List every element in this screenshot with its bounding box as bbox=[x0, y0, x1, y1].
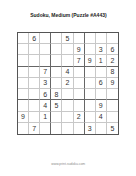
cell-r4c6[interactable] bbox=[74, 67, 85, 78]
given-digit: 9 bbox=[21, 113, 25, 120]
cell-r9c6[interactable] bbox=[74, 123, 85, 134]
cell-r9c7: 3 bbox=[85, 123, 96, 134]
cell-r2c1[interactable] bbox=[18, 44, 29, 55]
given-digit: 3 bbox=[99, 46, 103, 53]
cell-r4c2[interactable] bbox=[29, 67, 40, 78]
cell-r8c2[interactable] bbox=[29, 112, 40, 123]
cell-r1c4[interactable] bbox=[51, 33, 62, 44]
cell-r2c2[interactable] bbox=[29, 44, 40, 55]
cell-r2c3[interactable] bbox=[40, 44, 51, 55]
given-digit: 9 bbox=[77, 46, 81, 53]
cell-r7c7[interactable] bbox=[85, 100, 96, 111]
cell-r1c9[interactable] bbox=[107, 33, 118, 44]
cell-r3c8: 1 bbox=[96, 55, 107, 66]
cell-r9c8[interactable] bbox=[96, 123, 107, 134]
cell-r4c7[interactable] bbox=[85, 67, 96, 78]
cell-r4c3: 7 bbox=[40, 67, 51, 78]
cell-r8c6: 2 bbox=[74, 112, 85, 123]
footer-url: www.print-sudoku.com bbox=[51, 162, 85, 166]
given-digit: 8 bbox=[54, 91, 58, 98]
cell-r5c4[interactable] bbox=[51, 78, 62, 89]
cell-r6c2[interactable] bbox=[29, 89, 40, 100]
given-digit: 4 bbox=[66, 68, 70, 75]
given-digit: 5 bbox=[110, 125, 114, 132]
given-digit: 1 bbox=[99, 57, 103, 64]
cell-r8c3: 1 bbox=[40, 112, 51, 123]
cell-r1c7[interactable] bbox=[85, 33, 96, 44]
cell-r6c5[interactable] bbox=[62, 89, 73, 100]
given-digit: 4 bbox=[99, 113, 103, 120]
cell-r6c7[interactable] bbox=[85, 89, 96, 100]
cell-r3c2[interactable] bbox=[29, 55, 40, 66]
cell-r1c2: 6 bbox=[29, 33, 40, 44]
given-digit: 7 bbox=[77, 57, 81, 64]
cell-r6c8[interactable] bbox=[96, 89, 107, 100]
given-digit: 6 bbox=[43, 91, 47, 98]
given-digit: 8 bbox=[110, 68, 114, 75]
cell-r2c5[interactable] bbox=[62, 44, 73, 55]
cell-r8c5[interactable] bbox=[62, 112, 73, 123]
cell-r3c4[interactable] bbox=[51, 55, 62, 66]
given-digit: 7 bbox=[43, 68, 47, 75]
cell-r5c3: 3 bbox=[40, 78, 51, 89]
given-digit: 4 bbox=[43, 102, 47, 109]
cell-r5c5: 2 bbox=[62, 78, 73, 89]
cell-r1c3[interactable] bbox=[40, 33, 51, 44]
cell-r6c1[interactable] bbox=[18, 89, 29, 100]
cell-r5c7[interactable] bbox=[85, 78, 96, 89]
cell-r3c7: 9 bbox=[85, 55, 96, 66]
cell-r2c9: 6 bbox=[107, 44, 118, 55]
cell-r4c5: 4 bbox=[62, 67, 73, 78]
given-digit: 9 bbox=[99, 102, 103, 109]
cell-r3c5[interactable] bbox=[62, 55, 73, 66]
cell-r3c1[interactable] bbox=[18, 55, 29, 66]
cell-r4c4[interactable] bbox=[51, 67, 62, 78]
cell-r1c8[interactable] bbox=[96, 33, 107, 44]
given-digit: 9 bbox=[110, 79, 114, 86]
puzzle-title: Sudoku, Medium (Puzzle #A443) bbox=[30, 12, 106, 18]
cell-r8c4[interactable] bbox=[51, 112, 62, 123]
cell-r5c1[interactable] bbox=[18, 78, 29, 89]
cell-r7c5[interactable] bbox=[62, 100, 73, 111]
given-digit: 5 bbox=[66, 35, 70, 42]
cell-r5c6[interactable] bbox=[74, 78, 85, 89]
footer-row: www.print-sudoku.com bbox=[0, 162, 136, 171]
given-digit: 5 bbox=[54, 102, 58, 109]
cell-r1c1[interactable] bbox=[18, 33, 29, 44]
cell-r3c3[interactable] bbox=[40, 55, 51, 66]
given-digit: 6 bbox=[110, 46, 114, 53]
given-digit: 2 bbox=[66, 79, 70, 86]
title-row: Sudoku, Medium (Puzzle #A443) bbox=[0, 12, 136, 23]
cell-r9c9: 5 bbox=[107, 123, 118, 134]
cell-r2c8: 3 bbox=[96, 44, 107, 55]
given-digit: 2 bbox=[77, 113, 81, 120]
cell-r8c7[interactable] bbox=[85, 112, 96, 123]
cell-r2c7[interactable] bbox=[85, 44, 96, 55]
cell-r8c1: 9 bbox=[18, 112, 29, 123]
sudoku-board: 6593679127483269684599124735 bbox=[17, 32, 119, 135]
cell-r5c2[interactable] bbox=[29, 78, 40, 89]
sudoku-page: Sudoku, Medium (Puzzle #A443) 6593679127… bbox=[0, 0, 136, 176]
given-digit: 1 bbox=[43, 113, 47, 120]
cell-r3c6: 7 bbox=[74, 55, 85, 66]
cell-r5c8: 6 bbox=[96, 78, 107, 89]
cell-r8c8: 4 bbox=[96, 112, 107, 123]
cell-r9c1[interactable] bbox=[18, 123, 29, 134]
cell-r2c4[interactable] bbox=[51, 44, 62, 55]
cell-r6c9[interactable] bbox=[107, 89, 118, 100]
given-digit: 9 bbox=[88, 57, 92, 64]
cell-r1c5: 5 bbox=[62, 33, 73, 44]
cell-r4c8[interactable] bbox=[96, 67, 107, 78]
cell-r7c3: 4 bbox=[40, 100, 51, 111]
cell-r7c6[interactable] bbox=[74, 100, 85, 111]
cell-r4c1[interactable] bbox=[18, 67, 29, 78]
given-digit: 7 bbox=[32, 125, 36, 132]
cell-r7c2[interactable] bbox=[29, 100, 40, 111]
cell-r9c2: 7 bbox=[29, 123, 40, 134]
given-digit: 2 bbox=[110, 57, 114, 64]
cell-r3c9: 2 bbox=[107, 55, 118, 66]
cell-r9c5[interactable] bbox=[62, 123, 73, 134]
cell-r1c6[interactable] bbox=[74, 33, 85, 44]
cell-r8c9[interactable] bbox=[107, 112, 118, 123]
cell-r7c8: 9 bbox=[96, 100, 107, 111]
given-digit: 6 bbox=[32, 35, 36, 42]
cell-r6c4: 8 bbox=[51, 89, 62, 100]
cell-r7c1[interactable] bbox=[18, 100, 29, 111]
cell-r7c9[interactable] bbox=[107, 100, 118, 111]
given-digit: 3 bbox=[43, 79, 47, 86]
given-digit: 3 bbox=[88, 125, 92, 132]
given-digit: 6 bbox=[99, 79, 103, 86]
cell-r5c9: 9 bbox=[107, 78, 118, 89]
cell-r9c3[interactable] bbox=[40, 123, 51, 134]
cell-r7c4: 5 bbox=[51, 100, 62, 111]
cell-r9c4[interactable] bbox=[51, 123, 62, 134]
cell-r4c9: 8 bbox=[107, 67, 118, 78]
cell-r2c6: 9 bbox=[74, 44, 85, 55]
cell-r6c6[interactable] bbox=[74, 89, 85, 100]
cell-r6c3: 6 bbox=[40, 89, 51, 100]
